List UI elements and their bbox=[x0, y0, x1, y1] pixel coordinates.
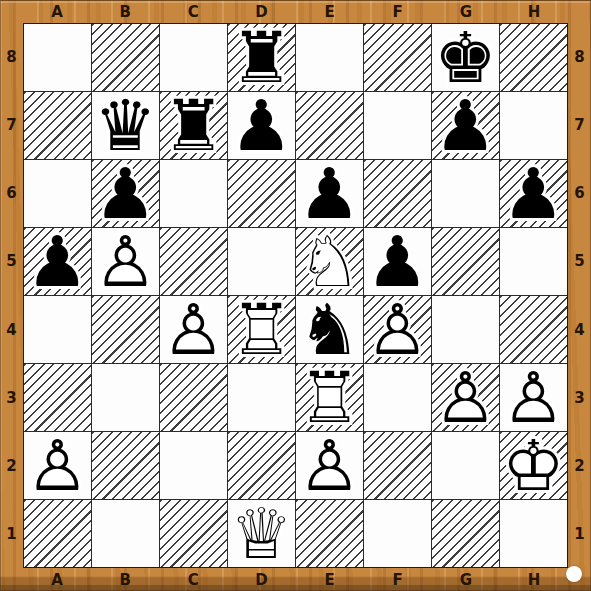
piece-white-rook: ♖ bbox=[296, 364, 363, 431]
square-c2[interactable] bbox=[160, 432, 227, 499]
square-f5[interactable]: ♟♟ bbox=[364, 228, 431, 295]
rank-label-5: 5 bbox=[568, 227, 591, 295]
square-g1[interactable] bbox=[432, 500, 499, 567]
file-label-f: F bbox=[364, 568, 432, 591]
piece-halo: ♜ bbox=[228, 24, 295, 91]
piece-white-pawn: ♙ bbox=[160, 296, 227, 363]
square-e8[interactable] bbox=[296, 24, 363, 91]
square-f4[interactable]: ♟♙ bbox=[364, 296, 431, 363]
square-b3[interactable] bbox=[92, 364, 159, 431]
square-h8[interactable] bbox=[500, 24, 567, 91]
rank-label-2: 2 bbox=[568, 432, 591, 500]
piece-white-queen: ♕ bbox=[228, 500, 295, 567]
file-label-h: H bbox=[500, 568, 568, 591]
piece-halo: ♜ bbox=[296, 364, 363, 431]
square-d8[interactable]: ♜♜ bbox=[228, 24, 295, 91]
rank-label-6: 6 bbox=[0, 159, 23, 227]
square-c8[interactable] bbox=[160, 24, 227, 91]
square-h5[interactable] bbox=[500, 228, 567, 295]
square-b6[interactable]: ♟♟ bbox=[92, 160, 159, 227]
piece-halo: ♟ bbox=[24, 432, 91, 499]
file-label-a: A bbox=[23, 0, 91, 23]
square-f8[interactable] bbox=[364, 24, 431, 91]
file-label-d: D bbox=[227, 0, 295, 23]
piece-halo: ♟ bbox=[228, 92, 295, 159]
square-e6[interactable]: ♟♟ bbox=[296, 160, 363, 227]
file-labels-top: ABCDEFGH bbox=[23, 0, 568, 23]
square-e2[interactable]: ♟♙ bbox=[296, 432, 363, 499]
piece-black-king: ♚ bbox=[432, 24, 499, 91]
square-e4[interactable]: ♞♞ bbox=[296, 296, 363, 363]
square-g5[interactable] bbox=[432, 228, 499, 295]
file-label-f: F bbox=[364, 0, 432, 23]
piece-black-knight: ♞ bbox=[296, 296, 363, 363]
file-label-c: C bbox=[159, 0, 227, 23]
file-labels-bottom: ABCDEFGH bbox=[23, 568, 568, 591]
file-label-b: B bbox=[91, 0, 159, 23]
square-a7[interactable] bbox=[24, 92, 91, 159]
piece-black-pawn: ♟ bbox=[228, 92, 295, 159]
square-a4[interactable] bbox=[24, 296, 91, 363]
square-a3[interactable] bbox=[24, 364, 91, 431]
square-g4[interactable] bbox=[432, 296, 499, 363]
square-d3[interactable] bbox=[228, 364, 295, 431]
square-c5[interactable] bbox=[160, 228, 227, 295]
piece-black-pawn: ♟ bbox=[92, 160, 159, 227]
piece-halo: ♛ bbox=[92, 92, 159, 159]
piece-halo: ♞ bbox=[296, 228, 363, 295]
piece-halo: ♟ bbox=[160, 296, 227, 363]
piece-white-pawn: ♙ bbox=[24, 432, 91, 499]
rank-label-4: 4 bbox=[0, 296, 23, 364]
square-c3[interactable] bbox=[160, 364, 227, 431]
square-g3[interactable]: ♟♙ bbox=[432, 364, 499, 431]
rank-label-7: 7 bbox=[0, 91, 23, 159]
piece-white-rook: ♖ bbox=[228, 296, 295, 363]
square-e7[interactable] bbox=[296, 92, 363, 159]
piece-halo: ♟ bbox=[92, 228, 159, 295]
file-label-e: E bbox=[296, 0, 364, 23]
piece-halo: ♛ bbox=[228, 500, 295, 567]
rank-label-8: 8 bbox=[568, 23, 591, 91]
piece-white-pawn: ♙ bbox=[364, 296, 431, 363]
square-d4[interactable]: ♜♖ bbox=[228, 296, 295, 363]
square-g8[interactable]: ♚♚ bbox=[432, 24, 499, 91]
file-label-d: D bbox=[227, 568, 295, 591]
square-b8[interactable] bbox=[92, 24, 159, 91]
square-g7[interactable]: ♟♟ bbox=[432, 92, 499, 159]
square-a6[interactable] bbox=[24, 160, 91, 227]
file-label-e: E bbox=[296, 568, 364, 591]
square-b7[interactable]: ♛♛ bbox=[92, 92, 159, 159]
piece-halo: ♞ bbox=[296, 296, 363, 363]
piece-halo: ♚ bbox=[500, 432, 567, 499]
square-f6[interactable] bbox=[364, 160, 431, 227]
piece-halo: ♟ bbox=[24, 228, 91, 295]
rank-label-3: 3 bbox=[0, 364, 23, 432]
square-d5[interactable] bbox=[228, 228, 295, 295]
piece-black-pawn: ♟ bbox=[24, 228, 91, 295]
piece-halo: ♟ bbox=[364, 228, 431, 295]
piece-black-pawn: ♟ bbox=[432, 92, 499, 159]
piece-halo: ♟ bbox=[296, 160, 363, 227]
file-label-a: A bbox=[23, 568, 91, 591]
square-e3[interactable]: ♜♖ bbox=[296, 364, 363, 431]
square-b2[interactable] bbox=[92, 432, 159, 499]
rank-label-5: 5 bbox=[0, 227, 23, 295]
side-to-move-indicator bbox=[566, 566, 582, 582]
piece-white-pawn: ♙ bbox=[92, 228, 159, 295]
rank-label-3: 3 bbox=[568, 364, 591, 432]
piece-halo: ♟ bbox=[432, 92, 499, 159]
square-h2[interactable]: ♚♔ bbox=[500, 432, 567, 499]
square-e5[interactable]: ♞♘ bbox=[296, 228, 363, 295]
square-d6[interactable] bbox=[228, 160, 295, 227]
rank-label-4: 4 bbox=[568, 296, 591, 364]
square-d1[interactable]: ♛♕ bbox=[228, 500, 295, 567]
board-frame: ABCDEFGH ABCDEFGH 87654321 87654321 ♜♜♚♚… bbox=[0, 0, 591, 591]
square-a8[interactable] bbox=[24, 24, 91, 91]
square-g6[interactable] bbox=[432, 160, 499, 227]
square-d7[interactable]: ♟♟ bbox=[228, 92, 295, 159]
square-f2[interactable] bbox=[364, 432, 431, 499]
square-h7[interactable] bbox=[500, 92, 567, 159]
file-label-g: G bbox=[432, 0, 500, 23]
rank-label-1: 1 bbox=[568, 500, 591, 568]
piece-black-pawn: ♟ bbox=[364, 228, 431, 295]
rank-label-6: 6 bbox=[568, 159, 591, 227]
square-a2[interactable]: ♟♙ bbox=[24, 432, 91, 499]
piece-halo: ♟ bbox=[432, 364, 499, 431]
rank-label-7: 7 bbox=[568, 91, 591, 159]
piece-black-pawn: ♟ bbox=[296, 160, 363, 227]
file-label-g: G bbox=[432, 568, 500, 591]
piece-halo: ♟ bbox=[364, 296, 431, 363]
piece-black-pawn: ♟ bbox=[500, 160, 567, 227]
chess-board: ♜♜♚♚♛♛♜♜♟♟♟♟♟♟♟♟♟♟♟♟♟♙♞♘♟♟♟♙♜♖♞♞♟♙♜♖♟♙♟♙… bbox=[23, 23, 568, 568]
piece-black-queen: ♛ bbox=[92, 92, 159, 159]
square-h6[interactable]: ♟♟ bbox=[500, 160, 567, 227]
rank-labels-right: 87654321 bbox=[568, 23, 591, 568]
square-c7[interactable]: ♜♜ bbox=[160, 92, 227, 159]
rank-label-2: 2 bbox=[0, 432, 23, 500]
rank-label-1: 1 bbox=[0, 500, 23, 568]
piece-white-pawn: ♙ bbox=[296, 432, 363, 499]
rank-label-8: 8 bbox=[0, 23, 23, 91]
square-f1[interactable] bbox=[364, 500, 431, 567]
square-a1[interactable] bbox=[24, 500, 91, 567]
square-a5[interactable]: ♟♟ bbox=[24, 228, 91, 295]
piece-black-rook: ♜ bbox=[228, 24, 295, 91]
square-f7[interactable] bbox=[364, 92, 431, 159]
piece-halo: ♟ bbox=[296, 432, 363, 499]
file-label-c: C bbox=[159, 568, 227, 591]
piece-black-rook: ♜ bbox=[160, 92, 227, 159]
piece-white-pawn: ♙ bbox=[432, 364, 499, 431]
piece-halo: ♟ bbox=[500, 364, 567, 431]
piece-halo: ♟ bbox=[92, 160, 159, 227]
square-d2[interactable] bbox=[228, 432, 295, 499]
square-g2[interactable] bbox=[432, 432, 499, 499]
square-c6[interactable] bbox=[160, 160, 227, 227]
file-label-b: B bbox=[91, 568, 159, 591]
piece-white-knight: ♘ bbox=[296, 228, 363, 295]
square-c4[interactable]: ♟♙ bbox=[160, 296, 227, 363]
square-c1[interactable] bbox=[160, 500, 227, 567]
square-h1[interactable] bbox=[500, 500, 567, 567]
square-b4[interactable] bbox=[92, 296, 159, 363]
square-b1[interactable] bbox=[92, 500, 159, 567]
piece-white-pawn: ♙ bbox=[500, 364, 567, 431]
square-b5[interactable]: ♟♙ bbox=[92, 228, 159, 295]
piece-halo: ♟ bbox=[500, 160, 567, 227]
piece-halo: ♜ bbox=[160, 92, 227, 159]
square-e1[interactable] bbox=[296, 500, 363, 567]
square-f3[interactable] bbox=[364, 364, 431, 431]
file-label-h: H bbox=[500, 0, 568, 23]
piece-halo: ♚ bbox=[432, 24, 499, 91]
square-h3[interactable]: ♟♙ bbox=[500, 364, 567, 431]
square-h4[interactable] bbox=[500, 296, 567, 363]
piece-white-king: ♔ bbox=[500, 432, 567, 499]
rank-labels-left: 87654321 bbox=[0, 23, 23, 568]
piece-halo: ♜ bbox=[228, 296, 295, 363]
